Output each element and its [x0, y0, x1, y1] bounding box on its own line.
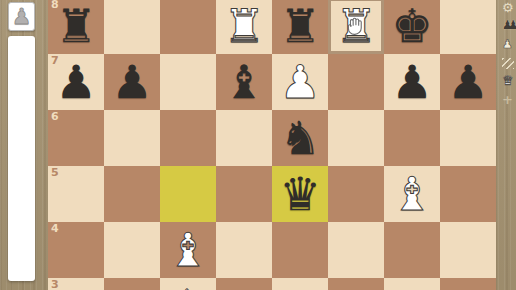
square-g3[interactable] — [384, 278, 440, 290]
square-c4[interactable]: ♝ — [160, 222, 216, 278]
square-d5[interactable] — [216, 166, 272, 222]
square-a5[interactable]: 5 — [48, 166, 104, 222]
square-e6[interactable]: ♞ — [272, 110, 328, 166]
square-g8[interactable]: ♚ — [384, 0, 440, 54]
pawn-icon[interactable]: ♟ — [502, 37, 516, 51]
square-c8[interactable] — [160, 0, 216, 54]
rank-label-5: 5 — [51, 167, 59, 179]
square-e8[interactable]: ♜ — [272, 0, 328, 54]
square-f3[interactable] — [328, 278, 384, 290]
rank-label-6: 6 — [51, 111, 59, 123]
square-d7[interactable]: ♝ — [216, 54, 272, 110]
square-f5[interactable] — [328, 166, 384, 222]
queen-icon[interactable]: ♛ — [502, 73, 516, 88]
square-a4[interactable]: 4 — [48, 222, 104, 278]
square-c6[interactable] — [160, 110, 216, 166]
black-queen-e5[interactable]: ♛ — [272, 166, 328, 222]
diagonal-stripes-icon[interactable] — [502, 58, 514, 69]
square-e3[interactable] — [272, 278, 328, 290]
side-panel — [8, 36, 35, 281]
square-e4[interactable] — [272, 222, 328, 278]
square-g7[interactable]: ♟ — [384, 54, 440, 110]
white-bishop-g5[interactable]: ♝ — [384, 166, 440, 222]
black-bishop-d7[interactable]: ♝ — [216, 54, 272, 110]
square-g4[interactable] — [384, 222, 440, 278]
square-a3[interactable]: 3 — [48, 278, 104, 290]
square-b6[interactable] — [104, 110, 160, 166]
square-c7[interactable] — [160, 54, 216, 110]
white-knight-c3[interactable]: ♞ — [160, 278, 216, 290]
square-h5[interactable] — [440, 166, 496, 222]
plus-icon[interactable]: + — [502, 92, 516, 107]
square-e7[interactable]: ♟ — [272, 54, 328, 110]
square-f4[interactable] — [328, 222, 384, 278]
rank-label-4: 4 — [51, 223, 59, 235]
chess-app: ♟ 8♜♜♜♜♚7♟♟♝♟♟♟6♞5♛♝4♝3♞21 ⚙ ♟♟ ♟ ♛ + — [0, 0, 516, 290]
black-pawn-a7[interactable]: ♟ — [48, 54, 104, 110]
square-f7[interactable] — [328, 54, 384, 110]
gear-icon[interactable]: ⚙ — [502, 0, 516, 15]
square-d6[interactable] — [216, 110, 272, 166]
square-h6[interactable] — [440, 110, 496, 166]
two-pawns-icon[interactable]: ♟♟ — [502, 18, 516, 32]
square-h7[interactable]: ♟ — [440, 54, 496, 110]
square-f6[interactable] — [328, 110, 384, 166]
chess-board[interactable]: 8♜♜♜♜♚7♟♟♝♟♟♟6♞5♛♝4♝3♞21 — [48, 0, 496, 290]
square-c3[interactable]: ♞ — [160, 278, 216, 290]
square-d8[interactable]: ♜ — [216, 0, 272, 54]
black-pawn-h7[interactable]: ♟ — [440, 54, 496, 110]
square-d4[interactable] — [216, 222, 272, 278]
piece-palette-box[interactable]: ♟ — [8, 2, 35, 31]
square-h4[interactable] — [440, 222, 496, 278]
square-c5[interactable] — [160, 166, 216, 222]
square-b5[interactable] — [104, 166, 160, 222]
gray-pawn-icon: ♟ — [12, 6, 32, 28]
square-b4[interactable] — [104, 222, 160, 278]
square-b3[interactable] — [104, 278, 160, 290]
black-rook-a8[interactable]: ♜ — [48, 0, 104, 54]
square-h8[interactable] — [440, 0, 496, 54]
black-rook-e8[interactable]: ♜ — [272, 0, 328, 54]
square-a7[interactable]: 7♟ — [48, 54, 104, 110]
square-d3[interactable] — [216, 278, 272, 290]
black-pawn-g7[interactable]: ♟ — [384, 54, 440, 110]
square-a6[interactable]: 6 — [48, 110, 104, 166]
white-rook-d8[interactable]: ♜ — [216, 0, 272, 54]
grab-hand-cursor — [344, 16, 366, 38]
rank-label-3: 3 — [51, 279, 59, 290]
white-pawn-e7[interactable]: ♟ — [272, 54, 328, 110]
square-g5[interactable]: ♝ — [384, 166, 440, 222]
white-bishop-c4[interactable]: ♝ — [160, 222, 216, 278]
square-b8[interactable] — [104, 0, 160, 54]
right-toolbar: ⚙ ♟♟ ♟ ♛ + — [501, 0, 516, 290]
black-knight-e6[interactable]: ♞ — [272, 110, 328, 166]
square-b7[interactable]: ♟ — [104, 54, 160, 110]
square-h3[interactable] — [440, 278, 496, 290]
black-pawn-b7[interactable]: ♟ — [104, 54, 160, 110]
square-e5[interactable]: ♛ — [272, 166, 328, 222]
square-a8[interactable]: 8♜ — [48, 0, 104, 54]
square-g6[interactable] — [384, 110, 440, 166]
black-king-g8[interactable]: ♚ — [384, 0, 440, 54]
